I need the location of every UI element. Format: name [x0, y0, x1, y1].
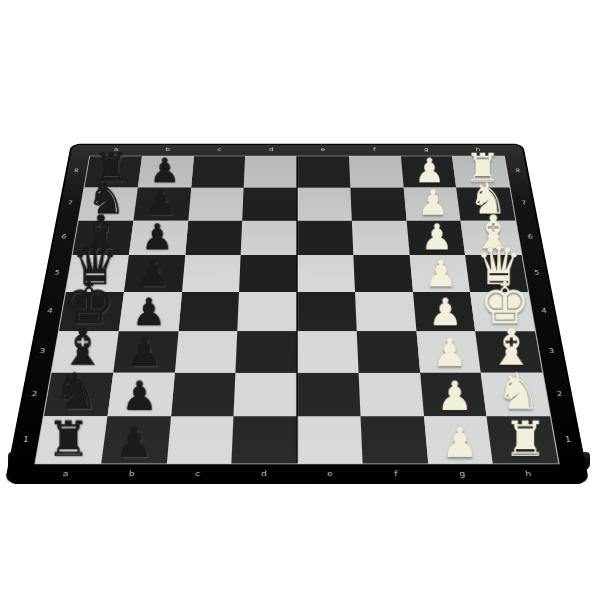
square-r1c4[interactable]: [297, 187, 352, 220]
square-r7c2[interactable]: [166, 417, 233, 464]
square-r7c6[interactable]: ♟: [424, 417, 494, 464]
piece-black-pawn[interactable]: ♟: [145, 187, 176, 220]
file-label: d: [231, 469, 297, 481]
rank-label: 3: [540, 331, 563, 373]
chess-board: abcdefgh abcdefgh 87654321 87654321 ♜♟♟♜…: [4, 144, 589, 484]
square-r1c2[interactable]: [188, 187, 244, 220]
product-photo-scene: abcdefgh abcdefgh 87654321 87654321 ♜♟♟♜…: [0, 0, 600, 600]
square-r4c3[interactable]: [238, 292, 297, 331]
file-label: g: [429, 469, 496, 481]
square-r0c2[interactable]: [191, 156, 246, 187]
file-label: b: [98, 469, 165, 481]
square-r5c5[interactable]: [356, 331, 419, 372]
file-label: f: [349, 146, 401, 153]
rank-label: 2: [22, 373, 46, 417]
square-r6c1[interactable]: ♟: [107, 372, 174, 416]
file-label: a: [31, 469, 99, 481]
file-labels-bottom: abcdefgh: [31, 469, 562, 481]
piece-black-pawn[interactable]: ♟: [131, 294, 165, 330]
rank-label: 7: [60, 187, 80, 220]
square-r1c6[interactable]: ♟: [403, 187, 460, 220]
square-r4c6[interactable]: ♟: [413, 292, 476, 331]
square-r7c0[interactable]: ♜: [36, 417, 108, 464]
piece-white-pawn[interactable]: ♟: [442, 423, 480, 463]
square-r5c4[interactable]: [297, 331, 358, 372]
square-r5c6[interactable]: ♟: [416, 331, 481, 372]
piece-white-knight[interactable]: ♞: [496, 368, 541, 416]
square-r2c3[interactable]: [241, 220, 297, 255]
piece-black-rook[interactable]: ♜: [47, 416, 91, 462]
square-r6c5[interactable]: [358, 372, 423, 416]
piece-white-pawn[interactable]: ♟: [429, 294, 463, 330]
square-r2c4[interactable]: [297, 220, 353, 255]
square-r1c5[interactable]: [350, 187, 406, 220]
square-r2c2[interactable]: [185, 220, 243, 255]
rank-label: 1: [556, 417, 582, 464]
rank-label: 8: [66, 156, 85, 187]
square-r6c3[interactable]: [234, 372, 297, 416]
square-r7c4[interactable]: [297, 417, 362, 464]
square-r6c4[interactable]: [297, 372, 360, 416]
file-label: e: [297, 469, 363, 481]
square-r4c1[interactable]: ♟: [119, 292, 182, 331]
square-r6c6[interactable]: ♟: [420, 372, 487, 416]
rank-label: 3: [30, 331, 53, 373]
file-label: e: [297, 146, 349, 153]
board-frame: abcdefgh abcdefgh 87654321 87654321 ♜♟♟♜…: [4, 144, 589, 484]
piece-black-pawn[interactable]: ♟: [126, 334, 161, 371]
playing-area: ♜♟♟♜♞♟♟♞♝♟♟♝♛♟♟♛♚♟♟♚♝♟♟♝♞♟♟♞♜♟♟♜: [34, 156, 559, 465]
square-r1c3[interactable]: [242, 187, 297, 220]
square-r7c3[interactable]: [232, 417, 297, 464]
square-r0c5[interactable]: [349, 156, 404, 187]
piece-black-pawn[interactable]: ♟: [121, 377, 157, 415]
rank-label: 4: [38, 292, 61, 331]
square-r2c1[interactable]: ♟: [129, 220, 188, 255]
piece-white-rook[interactable]: ♜: [504, 416, 548, 462]
square-r2c5[interactable]: [352, 220, 410, 255]
square-r7c5[interactable]: [360, 417, 427, 464]
square-r5c2[interactable]: [174, 331, 237, 372]
rank-label: 6: [520, 220, 541, 255]
square-r4c4[interactable]: [297, 292, 356, 331]
file-label: d: [245, 146, 297, 153]
square-r3c4[interactable]: [297, 255, 355, 292]
piece-white-pawn[interactable]: ♟: [425, 256, 458, 291]
square-r1c1[interactable]: ♟: [133, 187, 190, 220]
square-r4c5[interactable]: [355, 292, 416, 331]
rank-label: 8: [508, 156, 527, 187]
square-r6c2[interactable]: [170, 372, 235, 416]
square-r2c6[interactable]: ♟: [406, 220, 465, 255]
rank-label: 2: [548, 373, 572, 417]
file-label: c: [193, 146, 245, 153]
square-r0c4[interactable]: [297, 156, 350, 187]
square-r3c3[interactable]: [239, 255, 297, 292]
square-r3c5[interactable]: [353, 255, 412, 292]
piece-white-pawn[interactable]: ♟: [418, 187, 449, 220]
square-r3c2[interactable]: [182, 255, 241, 292]
piece-black-pawn[interactable]: ♟: [141, 220, 173, 254]
square-r7c7[interactable]: ♜: [487, 417, 559, 464]
piece-white-pawn[interactable]: ♟: [433, 334, 468, 371]
square-r3c6[interactable]: ♟: [409, 255, 470, 292]
square-r5c3[interactable]: [236, 331, 297, 372]
piece-white-pawn[interactable]: ♟: [437, 377, 473, 415]
rank-label: 4: [533, 292, 556, 331]
file-label: h: [495, 469, 563, 481]
square-r5c1[interactable]: ♟: [113, 331, 178, 372]
file-label: f: [363, 469, 430, 481]
piece-white-pawn[interactable]: ♟: [421, 220, 453, 254]
piece-black-knight[interactable]: ♞: [53, 368, 98, 416]
square-r0c3[interactable]: [244, 156, 297, 187]
piece-black-pawn[interactable]: ♟: [115, 423, 153, 463]
piece-black-pawn[interactable]: ♟: [136, 256, 169, 291]
square-r4c2[interactable]: [178, 292, 239, 331]
square-r7c1[interactable]: ♟: [101, 417, 171, 464]
rank-label: 7: [514, 187, 534, 220]
file-label: c: [164, 469, 231, 481]
square-r3c1[interactable]: ♟: [124, 255, 185, 292]
